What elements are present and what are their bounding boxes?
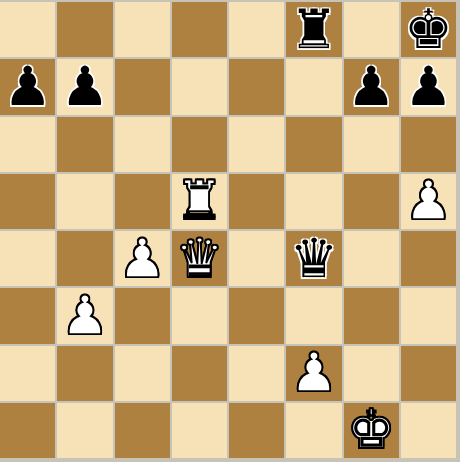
square-h6[interactable] (401, 117, 456, 172)
square-a2[interactable] (0, 346, 55, 401)
square-e8[interactable] (229, 2, 284, 57)
square-d5[interactable]: ♜ (172, 174, 227, 229)
square-e3[interactable] (229, 288, 284, 343)
square-b3[interactable]: ♟ (57, 288, 112, 343)
square-d2[interactable] (172, 346, 227, 401)
square-b8[interactable] (57, 2, 112, 57)
square-c1[interactable] (115, 403, 170, 458)
square-g2[interactable] (344, 346, 399, 401)
square-f5[interactable] (286, 174, 341, 229)
square-c4[interactable]: ♟ (115, 231, 170, 286)
square-h3[interactable] (401, 288, 456, 343)
black-king[interactable]: ♚ (404, 3, 452, 57)
square-e2[interactable] (229, 346, 284, 401)
square-c7[interactable] (115, 59, 170, 114)
square-d3[interactable] (172, 288, 227, 343)
square-a5[interactable] (0, 174, 55, 229)
square-g6[interactable] (344, 117, 399, 172)
square-f8[interactable]: ♜ (286, 2, 341, 57)
square-c8[interactable] (115, 2, 170, 57)
black-pawn[interactable]: ♟ (347, 60, 395, 114)
square-d6[interactable] (172, 117, 227, 172)
square-a7[interactable]: ♟ (0, 59, 55, 114)
square-f6[interactable] (286, 117, 341, 172)
square-g7[interactable]: ♟ (344, 59, 399, 114)
white-rook[interactable]: ♜ (175, 174, 223, 228)
square-e4[interactable] (229, 231, 284, 286)
square-g8[interactable] (344, 2, 399, 57)
square-g3[interactable] (344, 288, 399, 343)
square-a1[interactable] (0, 403, 55, 458)
chess-board: ♜♚♟♟♟♟♜♟♟♛♛♟♟♚ (0, 2, 456, 458)
square-f3[interactable] (286, 288, 341, 343)
square-e6[interactable] (229, 117, 284, 172)
square-b6[interactable] (57, 117, 112, 172)
square-c6[interactable] (115, 117, 170, 172)
square-f2[interactable]: ♟ (286, 346, 341, 401)
square-c2[interactable] (115, 346, 170, 401)
square-d8[interactable] (172, 2, 227, 57)
white-pawn[interactable]: ♟ (290, 346, 338, 400)
white-queen[interactable]: ♛ (175, 232, 223, 286)
square-g5[interactable] (344, 174, 399, 229)
square-c5[interactable] (115, 174, 170, 229)
square-g4[interactable] (344, 231, 399, 286)
square-d1[interactable] (172, 403, 227, 458)
black-queen[interactable]: ♛ (290, 232, 338, 286)
square-b1[interactable] (57, 403, 112, 458)
square-b5[interactable] (57, 174, 112, 229)
square-h2[interactable] (401, 346, 456, 401)
square-e7[interactable] (229, 59, 284, 114)
square-f1[interactable] (286, 403, 341, 458)
square-b2[interactable] (57, 346, 112, 401)
black-pawn[interactable]: ♟ (61, 60, 109, 114)
square-c3[interactable] (115, 288, 170, 343)
white-pawn[interactable]: ♟ (118, 232, 166, 286)
square-a3[interactable] (0, 288, 55, 343)
square-h5[interactable]: ♟ (401, 174, 456, 229)
square-h8[interactable]: ♚ (401, 2, 456, 57)
square-a4[interactable] (0, 231, 55, 286)
black-pawn[interactable]: ♟ (3, 60, 51, 114)
square-b4[interactable] (57, 231, 112, 286)
square-f4[interactable]: ♛ (286, 231, 341, 286)
white-king[interactable]: ♚ (347, 403, 395, 457)
square-h7[interactable]: ♟ (401, 59, 456, 114)
square-a8[interactable] (0, 2, 55, 57)
square-d4[interactable]: ♛ (172, 231, 227, 286)
square-g1[interactable]: ♚ (344, 403, 399, 458)
black-pawn[interactable]: ♟ (404, 60, 452, 114)
square-h4[interactable] (401, 231, 456, 286)
square-f7[interactable] (286, 59, 341, 114)
square-d7[interactable] (172, 59, 227, 114)
square-b7[interactable]: ♟ (57, 59, 112, 114)
chess-board-frame: ♜♚♟♟♟♟♜♟♟♛♛♟♟♚ (0, 0, 460, 462)
square-h1[interactable] (401, 403, 456, 458)
square-a6[interactable] (0, 117, 55, 172)
white-pawn[interactable]: ♟ (61, 289, 109, 343)
black-rook[interactable]: ♜ (290, 3, 338, 57)
white-pawn[interactable]: ♟ (404, 174, 452, 228)
square-e1[interactable] (229, 403, 284, 458)
square-e5[interactable] (229, 174, 284, 229)
